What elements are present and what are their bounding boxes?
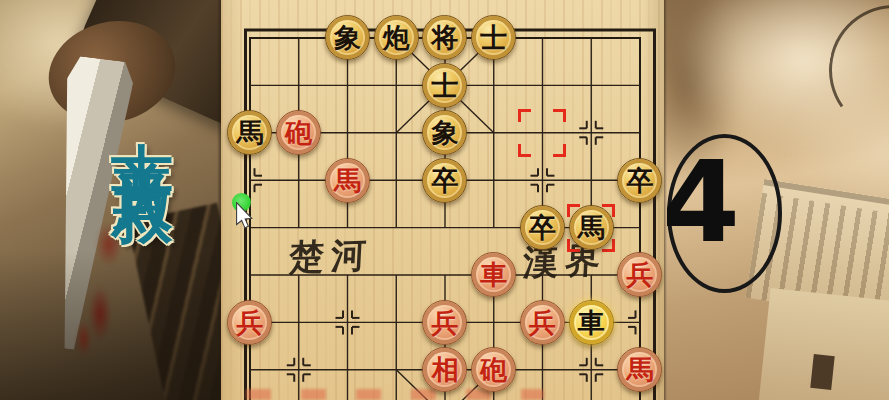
bracket-corner xyxy=(553,144,566,157)
piece-black-horse[interactable]: 馬 xyxy=(569,205,614,250)
piece-red-elephant[interactable]: 相 xyxy=(422,347,467,392)
piece-red-soldier[interactable]: 兵 xyxy=(227,300,272,345)
right-art-panel: 4 旗开得胜 xyxy=(664,0,889,400)
last-move-from-marker xyxy=(518,109,566,157)
piece-red-soldier[interactable]: 兵 xyxy=(617,252,662,297)
piece-black-horse[interactable]: 馬 xyxy=(227,110,272,155)
piece-red-horse[interactable]: 馬 xyxy=(325,158,370,203)
screenshot-root: 古普大叔 楚河 漢界 象炮将士士馬砲象馬卒卒卒馬車兵兵兵兵車相砲馬 4 旗开得胜 xyxy=(0,0,889,400)
bracket-corner xyxy=(518,144,531,157)
piece-red-cannon[interactable]: 砲 xyxy=(276,110,321,155)
piece-black-soldier[interactable]: 卒 xyxy=(617,158,662,203)
piece-red-soldier[interactable]: 兵 xyxy=(520,300,565,345)
piece-black-elephant[interactable]: 象 xyxy=(422,110,467,155)
piece-black-general[interactable]: 将 xyxy=(422,15,467,60)
piece-red-soldier[interactable]: 兵 xyxy=(422,300,467,345)
xiangqi-board: 楚河 漢界 象炮将士士馬砲象馬卒卒卒馬車兵兵兵兵車相砲馬 xyxy=(221,0,664,400)
piece-red-cannon[interactable]: 砲 xyxy=(471,347,516,392)
piece-black-cannon[interactable]: 炮 xyxy=(374,15,419,60)
left-panel-vignette xyxy=(0,250,221,400)
piece-red-chariot[interactable]: 車 xyxy=(471,252,516,297)
bracket-corner xyxy=(518,109,531,122)
piece-black-soldier[interactable]: 卒 xyxy=(422,158,467,203)
piece-black-elephant[interactable]: 象 xyxy=(325,15,370,60)
mouse-cursor xyxy=(236,202,254,229)
pieces-layer: 象炮将士士馬砲象馬卒卒卒馬車兵兵兵兵車相砲馬 xyxy=(226,14,664,400)
piece-black-advisor[interactable]: 士 xyxy=(471,15,516,60)
piece-black-soldier[interactable]: 卒 xyxy=(520,205,565,250)
left-caption: 古普大叔 xyxy=(100,92,184,148)
left-art-panel: 古普大叔 xyxy=(0,0,221,400)
bracket-corner xyxy=(553,109,566,122)
piece-black-chariot[interactable]: 車 xyxy=(569,300,614,345)
piece-red-horse[interactable]: 馬 xyxy=(617,347,662,392)
building-window xyxy=(810,354,834,390)
episode-number: 4 xyxy=(664,146,732,258)
piece-black-advisor[interactable]: 士 xyxy=(422,63,467,108)
